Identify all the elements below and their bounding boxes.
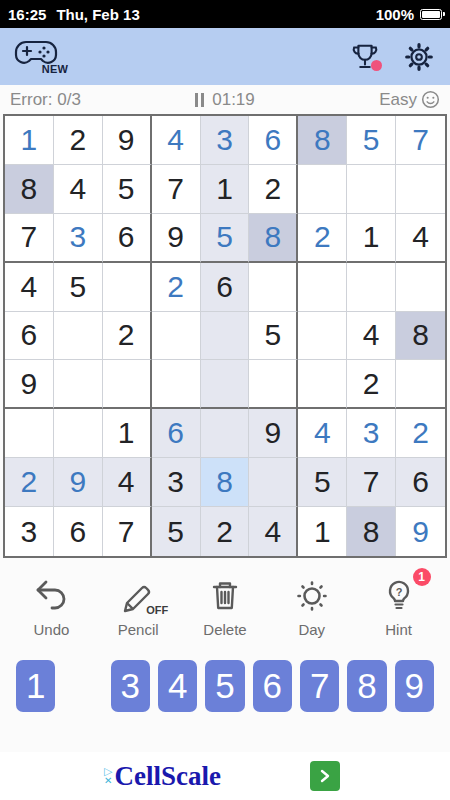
cell-r1c7[interactable]: 8 <box>298 116 347 165</box>
cell-r3c3[interactable]: 6 <box>103 214 152 263</box>
difficulty-label: Easy <box>379 90 417 110</box>
cell-r6c2[interactable] <box>54 360 103 409</box>
cell-r7c9[interactable]: 2 <box>396 409 445 458</box>
cell-r6c5[interactable] <box>201 360 250 409</box>
cell-r5c4[interactable] <box>152 312 201 361</box>
cell-r2c6[interactable]: 2 <box>249 165 298 214</box>
cell-r7c2[interactable] <box>54 409 103 458</box>
svg-text:?: ? <box>395 586 402 598</box>
sudoku-app: 16:25 Thu, Feb 13 100% NEW <box>0 0 450 800</box>
app-header: NEW <box>0 28 450 85</box>
cell-r8c4[interactable]: 3 <box>152 458 201 507</box>
pencil-label: Pencil <box>118 621 159 638</box>
cell-r2c2[interactable]: 4 <box>54 165 103 214</box>
cell-r4c8[interactable] <box>347 263 396 312</box>
cell-r6c7[interactable] <box>298 360 347 409</box>
cell-r2c5[interactable]: 1 <box>201 165 250 214</box>
sun-icon <box>290 574 334 618</box>
cell-r8c5[interactable]: 8 <box>201 458 250 507</box>
cell-r5c6[interactable]: 5 <box>249 312 298 361</box>
cell-r4c5[interactable]: 6 <box>201 263 250 312</box>
undo-button[interactable]: Undo <box>21 574 81 638</box>
cell-r7c1[interactable] <box>5 409 54 458</box>
chevron-right-icon <box>317 768 333 784</box>
undo-icon <box>29 574 73 618</box>
cell-r3c4[interactable]: 9 <box>152 214 201 263</box>
cell-r8c9[interactable]: 6 <box>396 458 445 507</box>
status-time: 16:25 <box>8 6 46 23</box>
cell-r9c4[interactable]: 5 <box>152 507 201 556</box>
cell-r3c8[interactable]: 1 <box>347 214 396 263</box>
status-bar: 16:25 Thu, Feb 13 100% <box>0 0 450 28</box>
numpad-key-4[interactable]: 4 <box>158 660 197 712</box>
cell-r1c2[interactable]: 2 <box>54 116 103 165</box>
cell-r5c8[interactable]: 4 <box>347 312 396 361</box>
toolbar: Undo OFF Pencil Delete <box>0 574 450 646</box>
cell-r6c4[interactable] <box>152 360 201 409</box>
cell-r3c1[interactable]: 7 <box>5 214 54 263</box>
cell-r8c1[interactable]: 2 <box>5 458 54 507</box>
cell-r7c5[interactable] <box>201 409 250 458</box>
cell-r5c9[interactable]: 8 <box>396 312 445 361</box>
cell-r2c7[interactable] <box>298 165 347 214</box>
numpad-key-3[interactable]: 3 <box>111 660 150 712</box>
cell-r8c3[interactable]: 4 <box>103 458 152 507</box>
cell-r8c7[interactable]: 5 <box>298 458 347 507</box>
cell-r9c2[interactable]: 6 <box>54 507 103 556</box>
cell-r5c3[interactable]: 2 <box>103 312 152 361</box>
hint-button[interactable]: ? 1 Hint <box>369 574 429 638</box>
numpad-key-9[interactable]: 9 <box>395 660 434 712</box>
cell-r5c7[interactable] <box>298 312 347 361</box>
cell-r1c1[interactable]: 1 <box>5 116 54 165</box>
cell-r7c3[interactable]: 1 <box>103 409 152 458</box>
cell-r3c2[interactable]: 3 <box>54 214 103 263</box>
cell-r2c9[interactable] <box>396 165 445 214</box>
info-bar: Error: 0/3 01:19 Easy <box>0 85 450 114</box>
cell-r4c1[interactable]: 4 <box>5 263 54 312</box>
trash-icon <box>203 574 247 618</box>
cell-r5c2[interactable] <box>54 312 103 361</box>
cell-r1c6[interactable]: 6 <box>249 116 298 165</box>
ad-cta-button[interactable] <box>310 761 340 791</box>
cell-r8c2[interactable]: 9 <box>54 458 103 507</box>
cell-r6c3[interactable] <box>103 360 152 409</box>
hint-badge: 1 <box>413 568 431 586</box>
gear-icon <box>402 40 436 74</box>
cell-r7c8[interactable]: 3 <box>347 409 396 458</box>
cell-r9c5[interactable]: 2 <box>201 507 250 556</box>
cell-r3c6[interactable]: 8 <box>249 214 298 263</box>
day-label: Day <box>298 621 325 638</box>
pencil-button[interactable]: OFF Pencil <box>108 574 168 638</box>
number-pad: 13456789 <box>0 660 450 712</box>
cell-r1c9[interactable]: 7 <box>396 116 445 165</box>
cell-r6c9[interactable] <box>396 360 445 409</box>
cell-r1c3[interactable]: 9 <box>103 116 152 165</box>
cell-r4c9[interactable] <box>396 263 445 312</box>
status-date: Thu, Feb 13 <box>56 6 139 23</box>
battery-percent: 100% <box>376 6 414 23</box>
numpad-key-6[interactable]: 6 <box>253 660 292 712</box>
hint-label: Hint <box>385 621 412 638</box>
new-game-label: NEW <box>42 63 68 75</box>
sudoku-board: 1294368578457127369582144526625489216943… <box>3 114 447 558</box>
trophy-button[interactable] <box>348 40 382 74</box>
cell-r7c6[interactable]: 9 <box>249 409 298 458</box>
cell-r4c4[interactable]: 2 <box>152 263 201 312</box>
cell-r4c3[interactable] <box>103 263 152 312</box>
cell-r9c6[interactable]: 4 <box>249 507 298 556</box>
cell-r4c2[interactable]: 5 <box>54 263 103 312</box>
cell-r3c5[interactable]: 5 <box>201 214 250 263</box>
smiley-icon <box>421 90 440 109</box>
cell-r3c9[interactable]: 4 <box>396 214 445 263</box>
adchoices-icon[interactable]: ▷ ✕ <box>104 766 112 786</box>
new-game-button[interactable]: NEW <box>14 37 62 77</box>
cell-r9c1[interactable]: 3 <box>5 507 54 556</box>
numpad-key-1[interactable]: 1 <box>16 660 55 712</box>
cell-r6c6[interactable] <box>249 360 298 409</box>
cell-r9c3[interactable]: 7 <box>103 507 152 556</box>
cell-r1c4[interactable]: 4 <box>152 116 201 165</box>
cell-r6c8[interactable]: 2 <box>347 360 396 409</box>
cell-r4c6[interactable] <box>249 263 298 312</box>
cell-r2c3[interactable]: 5 <box>103 165 152 214</box>
cell-r2c8[interactable] <box>347 165 396 214</box>
numpad-key-7[interactable]: 7 <box>300 660 339 712</box>
timer: 01:19 <box>212 90 255 110</box>
cell-r9c7[interactable]: 1 <box>298 507 347 556</box>
cell-r6c1[interactable]: 9 <box>5 360 54 409</box>
cell-r9c9[interactable]: 9 <box>396 507 445 556</box>
battery-icon <box>420 9 442 20</box>
cell-r9c8[interactable]: 8 <box>347 507 396 556</box>
cell-r2c4[interactable]: 7 <box>152 165 201 214</box>
cell-r3c7[interactable]: 2 <box>298 214 347 263</box>
cell-r4c7[interactable] <box>298 263 347 312</box>
error-counter: Error: 0/3 <box>10 90 81 110</box>
cell-r8c8[interactable]: 7 <box>347 458 396 507</box>
undo-label: Undo <box>33 621 69 638</box>
cell-r5c5[interactable] <box>201 312 250 361</box>
cell-r1c8[interactable]: 5 <box>347 116 396 165</box>
ad-banner: ▷ ✕ CellScale <box>0 752 450 800</box>
settings-button[interactable] <box>402 40 436 74</box>
numpad-key-5[interactable]: 5 <box>205 660 244 712</box>
ad-brand-link[interactable]: CellScale <box>114 761 220 792</box>
cell-r1c5[interactable]: 3 <box>201 116 250 165</box>
delete-label: Delete <box>203 621 246 638</box>
cell-r5c1[interactable]: 6 <box>5 312 54 361</box>
pencil-state: OFF <box>146 604 168 616</box>
cell-r7c4[interactable]: 6 <box>152 409 201 458</box>
day-mode-button[interactable]: Day <box>282 574 342 638</box>
cell-r8c6[interactable] <box>249 458 298 507</box>
pencil-icon: OFF <box>116 574 160 618</box>
hint-bulb-icon: ? 1 <box>377 574 421 618</box>
numpad-key-8[interactable]: 8 <box>347 660 386 712</box>
cell-r7c7[interactable]: 4 <box>298 409 347 458</box>
trophy-notification-dot <box>371 60 382 71</box>
cell-r2c1[interactable]: 8 <box>5 165 54 214</box>
delete-button[interactable]: Delete <box>195 574 255 638</box>
pause-button[interactable] <box>195 93 204 107</box>
